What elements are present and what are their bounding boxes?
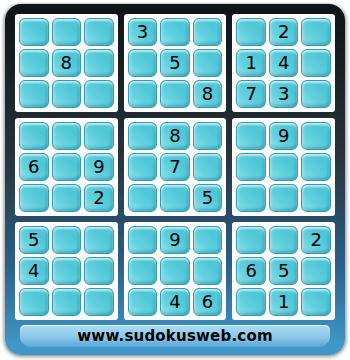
cell-r6c5[interactable] (160, 184, 190, 212)
cell-r5c2[interactable] (52, 153, 82, 181)
cell-r6c4[interactable] (128, 184, 158, 212)
cell-r9c4[interactable] (128, 288, 158, 316)
cell-r6c6: 5 (193, 184, 223, 212)
cell-r2c9[interactable] (301, 49, 331, 77)
cell-r6c1[interactable] (19, 184, 49, 212)
sudoku-box-r1c2: 358 (124, 14, 227, 112)
cell-r4c2[interactable] (52, 122, 82, 150)
cell-r1c2[interactable] (52, 18, 82, 46)
sudoku-box-r2c1: 692 (15, 118, 118, 216)
cell-r4c9[interactable] (301, 122, 331, 150)
cell-r1c8: 2 (269, 18, 299, 46)
cell-r2c6[interactable] (193, 49, 223, 77)
cell-r8c8: 5 (269, 257, 299, 285)
cell-r8c7: 6 (236, 257, 266, 285)
cell-r7c2[interactable] (52, 226, 82, 254)
footer-link[interactable]: www.sudokusweb.com (77, 327, 272, 345)
cell-r9c2[interactable] (52, 288, 82, 316)
cell-r3c4[interactable] (128, 80, 158, 108)
footer-bar: www.sudokusweb.com (20, 325, 330, 347)
sudoku-box-r2c2: 875 (124, 118, 227, 216)
cell-r1c7[interactable] (236, 18, 266, 46)
cell-r4c7[interactable] (236, 122, 266, 150)
cell-r1c9[interactable] (301, 18, 331, 46)
cell-r8c6[interactable] (193, 257, 223, 285)
cell-r9c1[interactable] (19, 288, 49, 316)
cell-r5c7[interactable] (236, 153, 266, 181)
cell-r5c1: 6 (19, 153, 49, 181)
cell-r3c6: 8 (193, 80, 223, 108)
cell-r4c3[interactable] (84, 122, 114, 150)
page: 8358214736928759549462651 www.sudokusweb… (0, 0, 350, 360)
cell-r3c7: 7 (236, 80, 266, 108)
cell-r8c5[interactable] (160, 257, 190, 285)
cell-r7c1: 5 (19, 226, 49, 254)
cell-r6c2[interactable] (52, 184, 82, 212)
cell-r2c3[interactable] (84, 49, 114, 77)
cell-r1c5[interactable] (160, 18, 190, 46)
cell-r4c8: 9 (269, 122, 299, 150)
cell-r6c8[interactable] (269, 184, 299, 212)
cell-r6c3: 2 (84, 184, 114, 212)
cell-r4c4[interactable] (128, 122, 158, 150)
cell-r8c2[interactable] (52, 257, 82, 285)
cell-r9c5: 4 (160, 288, 190, 316)
cell-r2c7: 1 (236, 49, 266, 77)
cell-r4c1[interactable] (19, 122, 49, 150)
cell-r5c5: 7 (160, 153, 190, 181)
cell-r1c4: 3 (128, 18, 158, 46)
cell-r3c9[interactable] (301, 80, 331, 108)
cell-r4c5: 8 (160, 122, 190, 150)
cell-r8c4[interactable] (128, 257, 158, 285)
cell-r5c9[interactable] (301, 153, 331, 181)
cell-r3c1[interactable] (19, 80, 49, 108)
cell-r3c3[interactable] (84, 80, 114, 108)
cell-r7c3[interactable] (84, 226, 114, 254)
cell-r1c1[interactable] (19, 18, 49, 46)
sudoku-box-r3c2: 946 (124, 222, 227, 320)
cell-r2c1[interactable] (19, 49, 49, 77)
cell-r9c9[interactable] (301, 288, 331, 316)
cell-r8c3[interactable] (84, 257, 114, 285)
cell-r9c8: 1 (269, 288, 299, 316)
cell-r1c3[interactable] (84, 18, 114, 46)
sudoku-box-r2c3: 9 (232, 118, 335, 216)
cell-r8c9[interactable] (301, 257, 331, 285)
cell-r7c6[interactable] (193, 226, 223, 254)
board-frame: 8358214736928759549462651 www.sudokusweb… (5, 4, 345, 355)
cell-r5c4[interactable] (128, 153, 158, 181)
cell-r3c8: 3 (269, 80, 299, 108)
cell-r2c5: 5 (160, 49, 190, 77)
cell-r9c6: 6 (193, 288, 223, 316)
cell-r2c2: 8 (52, 49, 82, 77)
sudoku-box-r3c1: 54 (15, 222, 118, 320)
cell-r9c3[interactable] (84, 288, 114, 316)
cell-r5c8[interactable] (269, 153, 299, 181)
cell-r6c9[interactable] (301, 184, 331, 212)
cell-r5c6[interactable] (193, 153, 223, 181)
cell-r8c1: 4 (19, 257, 49, 285)
sudoku-board: 8358214736928759549462651 (15, 14, 335, 320)
sudoku-box-r3c3: 2651 (232, 222, 335, 320)
cell-r2c4[interactable] (128, 49, 158, 77)
cell-r7c7[interactable] (236, 226, 266, 254)
cell-r9c7[interactable] (236, 288, 266, 316)
cell-r7c5: 9 (160, 226, 190, 254)
cell-r4c6[interactable] (193, 122, 223, 150)
cell-r3c5[interactable] (160, 80, 190, 108)
sudoku-box-r1c3: 21473 (232, 14, 335, 112)
cell-r1c6[interactable] (193, 18, 223, 46)
cell-r2c8: 4 (269, 49, 299, 77)
cell-r3c2[interactable] (52, 80, 82, 108)
cell-r7c4[interactable] (128, 226, 158, 254)
cell-r5c3: 9 (84, 153, 114, 181)
cell-r6c7[interactable] (236, 184, 266, 212)
cell-r7c8[interactable] (269, 226, 299, 254)
cell-r7c9: 2 (301, 226, 331, 254)
sudoku-box-r1c1: 8 (15, 14, 118, 112)
